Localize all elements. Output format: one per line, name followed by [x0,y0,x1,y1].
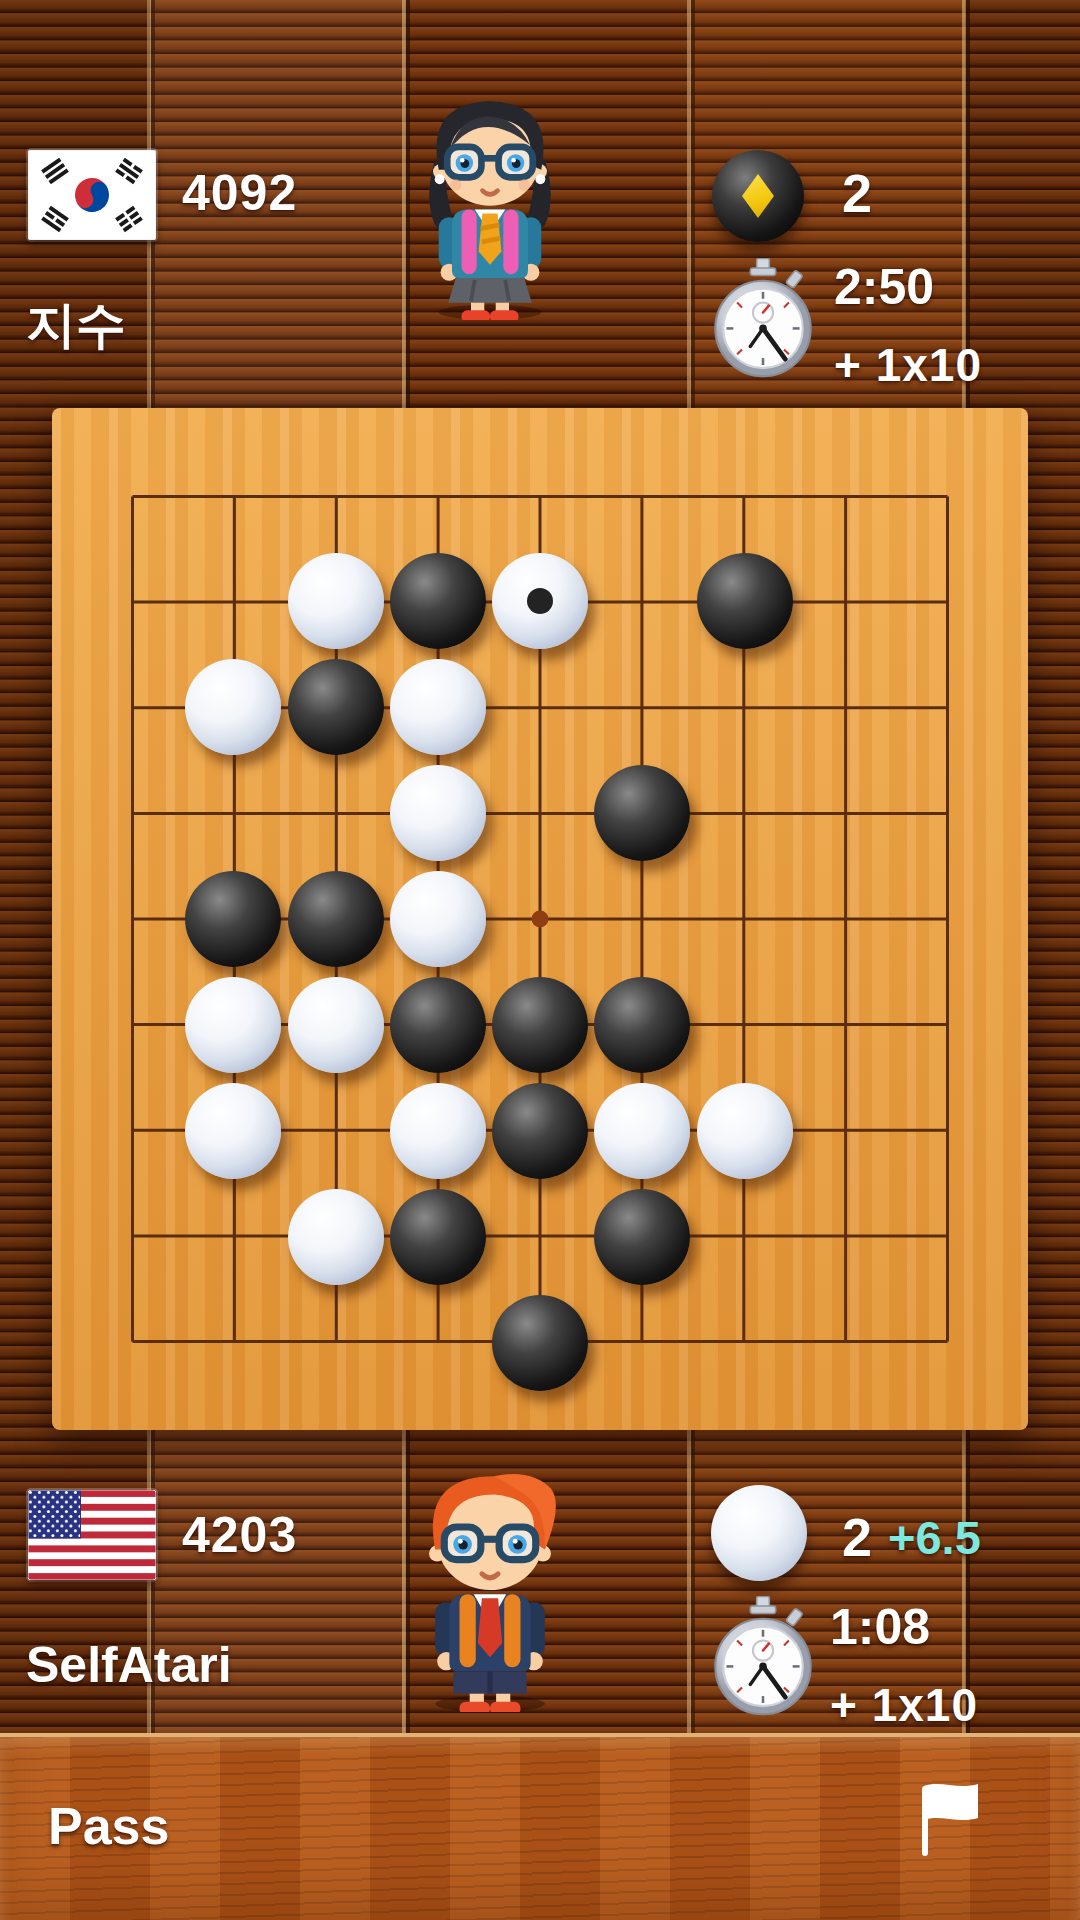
white-stone-r7c4 [390,1083,486,1179]
bottom-player-name: SelfAtari [26,1640,232,1690]
black-stone-r9c5 [492,1295,588,1391]
korea-flag-icon [28,150,156,240]
white-stone-r8c3 [288,1189,384,1285]
bottom-player-captures: 2 [842,1510,872,1564]
diamond-icon [742,174,774,218]
white-stone-r4c4 [390,765,486,861]
white-stone-r7c2 [185,1083,281,1179]
black-stone-r6c5 [492,977,588,1073]
usa-flag-icon [28,1490,156,1580]
black-stone-r8c4 [390,1189,486,1285]
white-stone-r6c2 [185,977,281,1073]
white-stone-r2c3 [288,553,384,649]
black-stone-r2c7 [697,553,793,649]
bottom-stopwatch-icon [710,1596,816,1722]
black-stone-r6c6 [594,977,690,1073]
black-stone-r6c4 [390,977,486,1073]
bottom-player-komi: +6.5 [888,1514,981,1561]
bottom-player-rating: 4203 [182,1510,297,1560]
black-stone-r4c6 [594,765,690,861]
white-stone-r7c6 [594,1083,690,1179]
top-player-byoyomi: + 1x10 [834,342,982,388]
top-stopwatch-icon [710,258,816,384]
black-captures-stone-icon [712,150,804,242]
top-player-captures: 2 [842,166,872,220]
white-stone-r2c5 [492,553,588,649]
top-player-rating: 4092 [182,168,297,218]
black-stone-r5c2 [185,871,281,967]
resign-flag-button[interactable] [916,1782,988,1862]
top-player-avatar-girl [376,84,604,320]
black-stone-r7c5 [492,1083,588,1179]
game-screen: 4092 지수 2 [0,0,1080,1920]
hoshi-point [532,911,549,928]
pass-button[interactable]: Pass [48,1800,169,1852]
bottom-player-flag-united-states [28,1490,156,1580]
bottom-player-time: 1:08 [830,1602,930,1652]
last-move-marker [527,588,553,614]
board-grid [131,495,949,1343]
bottom-player-byoyomi: + 1x10 [830,1682,978,1728]
black-stone-r5c3 [288,871,384,967]
goban[interactable] [52,408,1028,1430]
white-stone-r7c7 [697,1083,793,1179]
top-player-flag-south-korea [28,150,156,240]
black-stone-r2c4 [390,553,486,649]
white-stone-r5c4 [390,871,486,967]
black-stone-r3c3 [288,659,384,755]
top-player-name: 지수 [26,300,126,350]
black-stone-r8c6 [594,1189,690,1285]
bottom-player-avatar-boy [368,1460,612,1712]
white-stone-r3c2 [185,659,281,755]
top-player-time: 2:50 [834,262,934,312]
white-stone-r3c4 [390,659,486,755]
white-captures-stone-icon [711,1485,807,1581]
white-stone-r6c3 [288,977,384,1073]
